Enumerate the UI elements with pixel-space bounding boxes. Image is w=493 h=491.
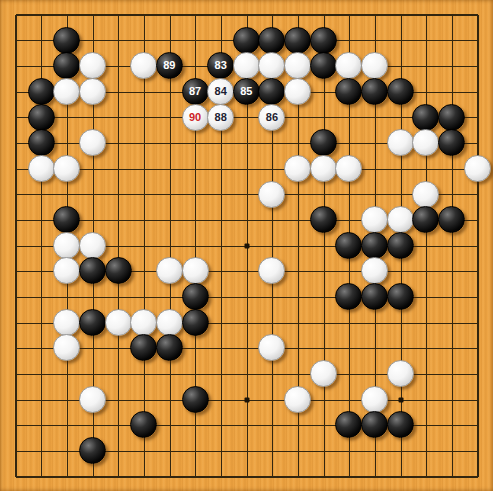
stone-white[interactable] <box>412 129 439 156</box>
stone-white[interactable] <box>130 309 157 336</box>
stone-black[interactable] <box>361 411 388 438</box>
stone-black[interactable] <box>130 334 157 361</box>
stone-white[interactable] <box>79 232 106 259</box>
move-number-label: 86 <box>266 112 278 123</box>
stone-black[interactable] <box>387 283 414 310</box>
stone-black[interactable]: 83 <box>207 52 234 79</box>
stone-black[interactable] <box>130 411 157 438</box>
stone-black[interactable] <box>310 52 337 79</box>
stone-white[interactable]: 84 <box>207 78 234 105</box>
stone-black[interactable] <box>438 129 465 156</box>
stone-white[interactable] <box>79 129 106 156</box>
stone-white[interactable] <box>53 232 80 259</box>
stone-white[interactable] <box>335 52 362 79</box>
stone-white[interactable] <box>258 181 285 208</box>
stone-black[interactable] <box>335 283 362 310</box>
stone-white[interactable] <box>105 309 132 336</box>
stone-black[interactable] <box>361 78 388 105</box>
stone-black[interactable] <box>28 104 55 131</box>
stone-white[interactable] <box>233 52 260 79</box>
move-number-label: 83 <box>215 60 227 71</box>
move-number-label: 87 <box>189 86 201 97</box>
stone-white[interactable] <box>53 257 80 284</box>
stone-black[interactable]: 85 <box>233 78 260 105</box>
move-number-label: 89 <box>163 60 175 71</box>
last-move-number-label: 90 <box>189 112 201 123</box>
stone-black[interactable] <box>335 232 362 259</box>
stone-black[interactable] <box>182 283 209 310</box>
stone-white[interactable] <box>464 155 491 182</box>
go-board-diagram: 8983878485908886 <box>0 0 493 491</box>
stone-white[interactable] <box>53 309 80 336</box>
stone-black[interactable] <box>105 257 132 284</box>
stone-black[interactable] <box>79 257 106 284</box>
stone-black[interactable] <box>412 104 439 131</box>
stone-white[interactable] <box>258 52 285 79</box>
move-number-label: 88 <box>215 112 227 123</box>
stone-black[interactable] <box>28 129 55 156</box>
stone-white[interactable] <box>361 206 388 233</box>
stone-black[interactable] <box>361 283 388 310</box>
move-number-label: 85 <box>240 86 252 97</box>
stone-white[interactable] <box>156 309 183 336</box>
stone-white[interactable] <box>258 334 285 361</box>
stone-white[interactable] <box>130 52 157 79</box>
stone-white[interactable] <box>156 257 183 284</box>
stone-black[interactable] <box>412 206 439 233</box>
stone-black[interactable] <box>310 27 337 54</box>
stone-white[interactable] <box>387 129 414 156</box>
stone-white[interactable] <box>361 386 388 413</box>
stone-black[interactable] <box>361 232 388 259</box>
stone-white[interactable] <box>258 257 285 284</box>
stone-white[interactable] <box>310 360 337 387</box>
stone-black[interactable] <box>182 386 209 413</box>
stone-white[interactable] <box>361 52 388 79</box>
stone-white[interactable] <box>53 78 80 105</box>
stone-black[interactable] <box>233 27 260 54</box>
stone-black[interactable] <box>79 437 106 464</box>
stone-white[interactable] <box>284 78 311 105</box>
stone-black[interactable]: 89 <box>156 52 183 79</box>
stone-black[interactable] <box>310 206 337 233</box>
stone-black[interactable] <box>387 232 414 259</box>
stone-white[interactable] <box>335 155 362 182</box>
stone-white[interactable] <box>79 52 106 79</box>
stone-black[interactable] <box>79 309 106 336</box>
stone-white[interactable] <box>28 155 55 182</box>
stone-white[interactable] <box>361 257 388 284</box>
stone-white[interactable] <box>53 155 80 182</box>
stone-black[interactable] <box>156 334 183 361</box>
stone-black[interactable] <box>438 104 465 131</box>
stone-black[interactable] <box>335 78 362 105</box>
stone-black[interactable] <box>258 27 285 54</box>
stone-black[interactable] <box>28 78 55 105</box>
stone-white[interactable] <box>412 181 439 208</box>
stone-black[interactable] <box>53 206 80 233</box>
stone-black[interactable] <box>310 129 337 156</box>
stone-black[interactable] <box>438 206 465 233</box>
stone-black[interactable] <box>53 52 80 79</box>
stone-black[interactable] <box>387 78 414 105</box>
stone-white[interactable] <box>387 206 414 233</box>
stone-black[interactable] <box>335 411 362 438</box>
move-number-label: 84 <box>215 86 227 97</box>
stone-white[interactable]: 86 <box>258 104 285 131</box>
stone-black[interactable] <box>53 27 80 54</box>
stone-white[interactable] <box>53 334 80 361</box>
stone-white[interactable] <box>284 155 311 182</box>
stone-white[interactable] <box>182 257 209 284</box>
stone-black[interactable] <box>284 27 311 54</box>
stone-black[interactable] <box>387 411 414 438</box>
stone-white[interactable]: 88 <box>207 104 234 131</box>
stone-white[interactable] <box>79 386 106 413</box>
stone-white[interactable] <box>284 386 311 413</box>
stone-white[interactable] <box>79 78 106 105</box>
stone-white[interactable] <box>387 360 414 387</box>
stone-white[interactable] <box>284 52 311 79</box>
stone-white[interactable]: 90 <box>182 104 209 131</box>
stone-white[interactable] <box>310 155 337 182</box>
stone-black[interactable] <box>182 309 209 336</box>
stone-black[interactable] <box>258 78 285 105</box>
board-grid[interactable]: 8983878485908886 <box>3 2 491 490</box>
stone-black[interactable]: 87 <box>182 78 209 105</box>
